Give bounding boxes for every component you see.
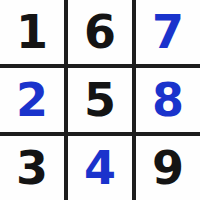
- sudoku-cell-r2c2[interactable]: 9: [136, 136, 200, 200]
- sudoku-cell-r0c0[interactable]: 1: [0, 0, 64, 64]
- sudoku-cell-r1c2[interactable]: 8: [136, 68, 200, 132]
- sudoku-cell-r2c0[interactable]: 3: [0, 136, 64, 200]
- sudoku-cell-r1c0[interactable]: 2: [0, 68, 64, 132]
- sudoku-cell-r2c1[interactable]: 4: [68, 136, 132, 200]
- sudoku-cell-r0c2[interactable]: 7: [136, 0, 200, 64]
- sudoku-box-grid: 1 6 7 2 5 8 3 4 9: [0, 0, 200, 200]
- sudoku-cell-r0c1[interactable]: 6: [68, 0, 132, 64]
- sudoku-cell-r1c1[interactable]: 5: [68, 68, 132, 132]
